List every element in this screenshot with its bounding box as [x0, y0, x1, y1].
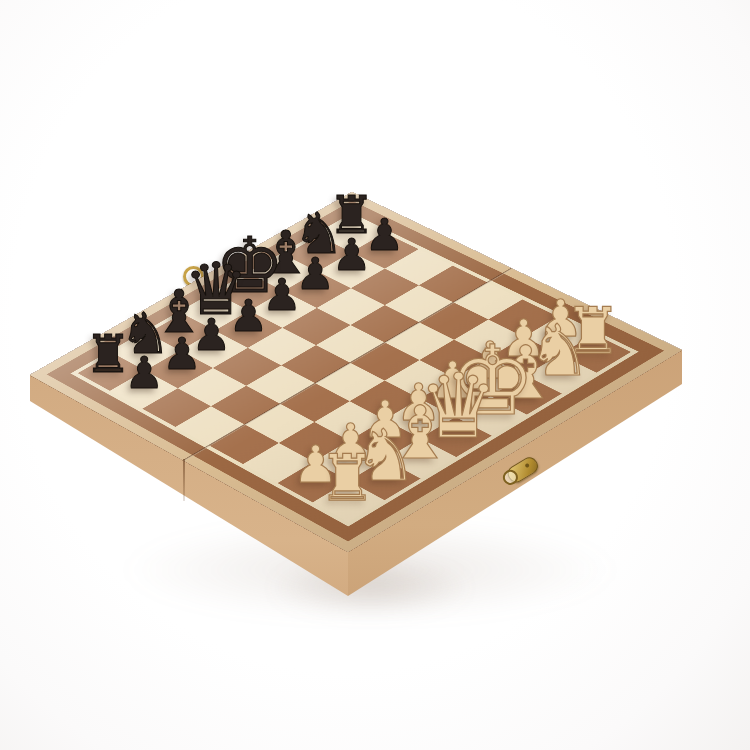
chess-set-photo: ♜♞♝♛♚♝♞♜♟♟♟♟♟♟♟♟♟♟♟♟♟♟♟♟♜♞♝♛♚♝♞♜ — [0, 0, 750, 750]
chess-board — [30, 192, 682, 552]
fold-seam-side — [183, 459, 185, 501]
